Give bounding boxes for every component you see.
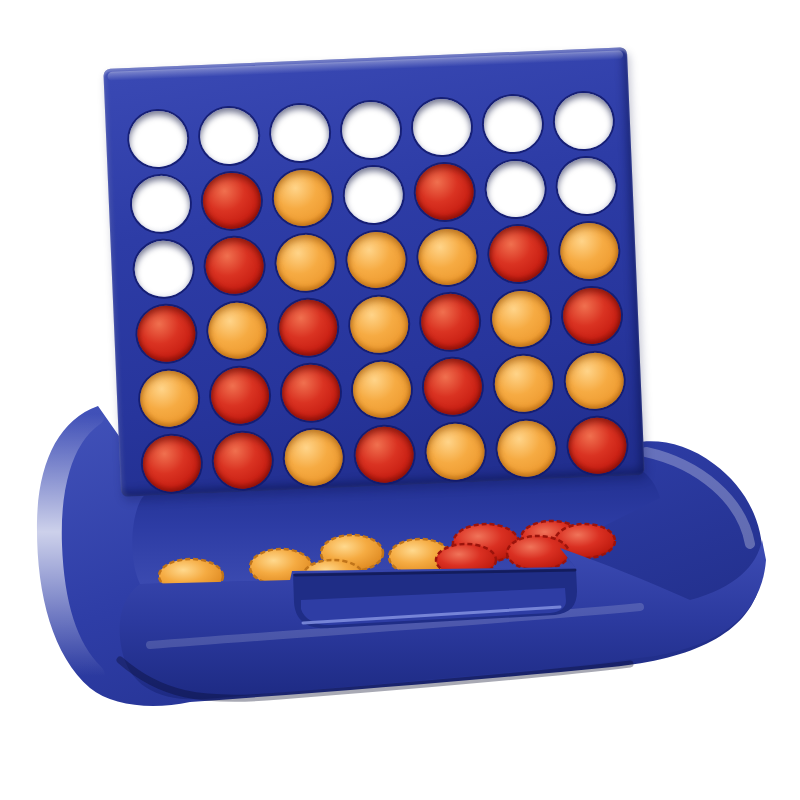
board-cell-r2c5[interactable]: [414, 163, 475, 221]
disc-orange: [497, 420, 557, 478]
disc-orange: [139, 370, 199, 428]
board-cell-r1c7[interactable]: [554, 92, 615, 150]
game-board: [103, 47, 644, 497]
disc-orange: [494, 355, 554, 413]
disc-orange: [275, 234, 335, 292]
disc-orange: [426, 423, 486, 481]
hole-empty: [270, 104, 330, 162]
board-cell-r2c6[interactable]: [485, 160, 546, 218]
board-cell-r6c5[interactable]: [425, 423, 486, 481]
board-cell-r4c5[interactable]: [420, 293, 481, 351]
disc-orange: [283, 429, 343, 487]
board-cell-r2c4[interactable]: [343, 166, 404, 224]
disc-orange: [491, 290, 551, 348]
disc-orange: [349, 296, 409, 354]
disc-red: [281, 364, 341, 422]
board-cell-r3c4[interactable]: [346, 231, 407, 289]
hole-empty: [130, 175, 190, 233]
board-cell-r4c7[interactable]: [562, 287, 623, 345]
hole-empty: [483, 95, 543, 153]
board-cell-r6c3[interactable]: [283, 428, 344, 486]
board-cell-r5c3[interactable]: [280, 364, 341, 422]
board-cell-r5c7[interactable]: [564, 352, 625, 410]
scene: [0, 0, 800, 800]
hole-empty: [412, 98, 472, 156]
board-cell-r4c3[interactable]: [277, 299, 338, 357]
disc-red: [212, 431, 272, 489]
board-cell-r4c6[interactable]: [491, 290, 552, 348]
board-cell-r6c7[interactable]: [567, 417, 628, 475]
disc-orange: [560, 222, 620, 280]
disc-red: [420, 293, 480, 351]
hole-empty: [344, 166, 404, 224]
board-cell-r5c5[interactable]: [422, 358, 483, 416]
board-cell-r2c7[interactable]: [556, 157, 617, 215]
board-cell-r1c2[interactable]: [198, 107, 259, 165]
disc-red: [204, 237, 264, 295]
board-cell-r4c4[interactable]: [348, 296, 409, 354]
tray-disc-red[interactable]: [507, 536, 569, 570]
board-cell-r3c5[interactable]: [417, 228, 478, 286]
board-cell-r1c5[interactable]: [411, 98, 472, 156]
disc-orange: [417, 228, 477, 286]
disc-orange: [207, 302, 267, 360]
board-cell-r5c1[interactable]: [138, 369, 199, 427]
board-cell-r2c3[interactable]: [272, 169, 333, 227]
board-cell-r6c1[interactable]: [141, 434, 202, 492]
board-cell-r6c2[interactable]: [212, 431, 273, 489]
board-cell-r4c2[interactable]: [206, 302, 267, 360]
board-cell-r5c2[interactable]: [209, 367, 270, 425]
hole-empty: [341, 101, 401, 159]
disc-red: [141, 434, 201, 492]
board-cell-r6c4[interactable]: [354, 426, 415, 484]
disc-orange: [346, 231, 406, 289]
disc-red: [278, 299, 338, 357]
hole-empty: [554, 92, 614, 150]
disc-orange: [273, 169, 333, 227]
disc-red: [423, 358, 483, 416]
hole-empty: [557, 157, 617, 215]
disc-red: [488, 225, 548, 283]
board-cell-r1c1[interactable]: [127, 110, 188, 168]
hole-empty: [128, 110, 188, 168]
board-cell-r6c6[interactable]: [496, 420, 557, 478]
board-cell-r3c7[interactable]: [559, 222, 620, 280]
disc-red: [562, 287, 622, 345]
board-cell-r2c2[interactable]: [201, 172, 262, 230]
disc-red: [210, 367, 270, 425]
disc-red: [136, 305, 196, 363]
disc-orange: [565, 352, 625, 410]
board-cell-r3c2[interactable]: [204, 237, 265, 295]
disc-red: [568, 417, 628, 475]
board-cell-r3c6[interactable]: [488, 225, 549, 283]
board-cell-r1c6[interactable]: [482, 95, 543, 153]
board-grid: [127, 92, 628, 482]
board-cell-r3c1[interactable]: [133, 240, 194, 298]
hole-empty: [199, 107, 259, 165]
board-cell-r2c1[interactable]: [130, 175, 191, 233]
hole-empty: [133, 240, 193, 298]
disc-red: [354, 426, 414, 484]
board-cell-r3c3[interactable]: [275, 234, 336, 292]
board-cell-r1c3[interactable]: [269, 104, 330, 162]
board-cell-r5c6[interactable]: [493, 355, 554, 413]
hole-empty: [486, 160, 546, 218]
board-cell-r1c4[interactable]: [340, 101, 401, 159]
disc-red: [201, 172, 261, 230]
board-cell-r4c1[interactable]: [135, 305, 196, 363]
disc-orange: [352, 361, 412, 419]
disc-red: [415, 163, 475, 221]
board-cell-r5c4[interactable]: [351, 361, 412, 419]
